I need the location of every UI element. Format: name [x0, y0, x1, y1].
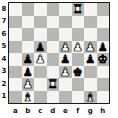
- square-d3[interactable]: [47, 66, 60, 79]
- rank-label-3: 3: [0, 66, 8, 79]
- rank-label-2: 2: [0, 78, 8, 91]
- square-g5[interactable]: ♟: [84, 41, 97, 54]
- square-g3[interactable]: [84, 66, 97, 79]
- piece-white-pawn: ♟: [23, 78, 33, 90]
- square-e5[interactable]: ♟: [59, 41, 72, 54]
- piece-white-king: ♚: [98, 53, 108, 65]
- rank-label-8: 8: [0, 3, 8, 16]
- square-c4[interactable]: ♟: [34, 53, 47, 66]
- square-h6[interactable]: [97, 28, 110, 41]
- square-b5[interactable]: [22, 41, 35, 54]
- square-b8[interactable]: [22, 3, 35, 16]
- rank-labels: 87654321: [0, 2, 8, 104]
- square-g4[interactable]: ♟: [84, 53, 97, 66]
- square-d6[interactable]: [47, 28, 60, 41]
- square-g6[interactable]: [84, 28, 97, 41]
- piece-black-pawn: ♟: [60, 53, 70, 65]
- piece-white-pawn: ♟: [60, 41, 70, 53]
- piece-white-pawn: ♟: [85, 41, 95, 53]
- square-e4[interactable]: ♟: [59, 53, 72, 66]
- square-e3[interactable]: ♟: [59, 66, 72, 79]
- square-h5[interactable]: ♟: [97, 41, 110, 54]
- square-f1[interactable]: [72, 91, 85, 104]
- square-g8[interactable]: [84, 3, 97, 16]
- square-h7[interactable]: [97, 16, 110, 29]
- square-e2[interactable]: [59, 78, 72, 91]
- square-a1[interactable]: [9, 91, 22, 104]
- square-c6[interactable]: [34, 28, 47, 41]
- square-d2[interactable]: ♜: [47, 78, 60, 91]
- file-labels: abcdefgh: [8, 104, 110, 116]
- square-b3[interactable]: ♟: [22, 66, 35, 79]
- rank-label-7: 7: [0, 16, 8, 29]
- board-layout: 87654321 ♜♟♟♟♟♟♟♟♟♟♚♟♟♚♟♜♝♝ abcdefgh: [0, 2, 118, 116]
- piece-white-pawn: ♟: [60, 66, 70, 78]
- file-label-g: g: [84, 104, 97, 116]
- square-f2[interactable]: [72, 78, 85, 91]
- square-g7[interactable]: [84, 16, 97, 29]
- square-c5[interactable]: ♟: [34, 41, 47, 54]
- square-f6[interactable]: [72, 28, 85, 41]
- piece-black-pawn: ♟: [23, 66, 33, 78]
- square-a2[interactable]: [9, 78, 22, 91]
- square-a5[interactable]: [9, 41, 22, 54]
- file-label-e: e: [59, 104, 72, 116]
- piece-white-bishop: ♝: [23, 91, 33, 103]
- rank-label-5: 5: [0, 41, 8, 54]
- square-g2[interactable]: [84, 78, 97, 91]
- square-c1[interactable]: [34, 91, 47, 104]
- square-a4[interactable]: [9, 53, 22, 66]
- rank-label-4: 4: [0, 53, 8, 66]
- square-b6[interactable]: [22, 28, 35, 41]
- square-d8[interactable]: [47, 3, 60, 16]
- piece-white-rook: ♜: [73, 3, 83, 15]
- square-d1[interactable]: [47, 91, 60, 104]
- piece-white-pawn: ♟: [35, 53, 45, 65]
- square-c3[interactable]: [34, 66, 47, 79]
- chess-board: ♜♟♟♟♟♟♟♟♟♟♚♟♟♚♟♜♝♝: [8, 2, 110, 104]
- square-f8[interactable]: ♜: [72, 3, 85, 16]
- piece-black-king: ♚: [73, 66, 83, 78]
- square-h3[interactable]: [97, 66, 110, 79]
- piece-black-pawn: ♟: [98, 41, 108, 53]
- square-f7[interactable]: [72, 16, 85, 29]
- piece-black-pawn: ♟: [35, 41, 45, 53]
- square-f5[interactable]: ♟: [72, 41, 85, 54]
- square-h1[interactable]: [97, 91, 110, 104]
- square-b4[interactable]: ♟: [22, 53, 35, 66]
- rank-label-6: 6: [0, 28, 8, 41]
- square-g1[interactable]: ♝: [84, 91, 97, 104]
- square-e1[interactable]: [59, 91, 72, 104]
- square-a8[interactable]: [9, 3, 22, 16]
- file-label-a: a: [9, 104, 22, 116]
- file-label-d: d: [47, 104, 60, 116]
- square-e7[interactable]: [59, 16, 72, 29]
- piece-white-pawn: ♟: [73, 41, 83, 53]
- file-label-c: c: [34, 104, 47, 116]
- square-c2[interactable]: [34, 78, 47, 91]
- piece-black-pawn: ♟: [23, 53, 33, 65]
- chess-diagram: 87654321 ♜♟♟♟♟♟♟♟♟♟♚♟♟♚♟♜♝♝ abcdefgh: [0, 0, 118, 118]
- square-h4[interactable]: ♚: [97, 53, 110, 66]
- square-b7[interactable]: [22, 16, 35, 29]
- square-a6[interactable]: [9, 28, 22, 41]
- square-h2[interactable]: [97, 78, 110, 91]
- square-c7[interactable]: [34, 16, 47, 29]
- square-a3[interactable]: [9, 66, 22, 79]
- square-f4[interactable]: [72, 53, 85, 66]
- piece-white-bishop: ♝: [85, 91, 95, 103]
- square-c8[interactable]: [34, 3, 47, 16]
- file-label-f: f: [72, 104, 85, 116]
- file-label-h: h: [97, 104, 110, 116]
- square-d5[interactable]: [47, 41, 60, 54]
- square-h8[interactable]: [97, 3, 110, 16]
- square-a7[interactable]: [9, 16, 22, 29]
- file-label-b: b: [22, 104, 35, 116]
- piece-white-rook: ♜: [48, 78, 58, 90]
- square-b2[interactable]: ♟: [22, 78, 35, 91]
- rank-label-1: 1: [0, 91, 8, 104]
- square-e8[interactable]: [59, 3, 72, 16]
- square-e6[interactable]: [59, 28, 72, 41]
- square-d4[interactable]: [47, 53, 60, 66]
- square-b1[interactable]: ♝: [22, 91, 35, 104]
- square-d7[interactable]: [47, 16, 60, 29]
- square-f3[interactable]: ♚: [72, 66, 85, 79]
- piece-black-pawn: ♟: [85, 53, 95, 65]
